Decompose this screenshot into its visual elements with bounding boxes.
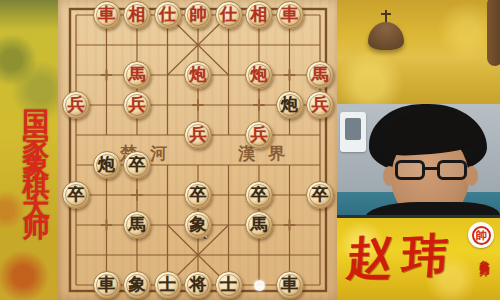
- left-banner: 国家象棋大师: [0, 0, 58, 300]
- piece-red-帥[interactable]: 帥: [184, 1, 212, 29]
- piece-black-卒[interactable]: 卒: [184, 181, 212, 209]
- piece-red-仕[interactable]: 仕: [215, 1, 243, 29]
- piece-red-兵[interactable]: 兵: [62, 91, 90, 119]
- piece-red-相[interactable]: 相: [123, 1, 151, 29]
- stream-frame: 国家象棋大师 楚河 漢界 ➤ 車相仕帥仕相車馬炮炮馬兵兵炮兵兵兵炮卒卒卒卒卒馬象…: [0, 0, 500, 300]
- piece-red-相[interactable]: 相: [245, 1, 273, 29]
- piece-red-車[interactable]: 車: [276, 1, 304, 29]
- left-banner-title: 国家象棋大师: [4, 4, 54, 298]
- xiangqi-board[interactable]: 楚河 漢界 ➤ 車相仕帥仕相車馬炮炮馬兵兵炮兵兵兵炮卒卒卒卒卒馬象馬車象士将士車: [58, 0, 337, 300]
- piece-black-卒[interactable]: 卒: [62, 181, 90, 209]
- piece-black-士[interactable]: 士: [215, 271, 243, 299]
- tree-trunk: [487, 0, 500, 66]
- piece-red-兵[interactable]: 兵: [184, 121, 212, 149]
- piece-black-馬[interactable]: 馬: [245, 211, 273, 239]
- piece-black-士[interactable]: 士: [154, 271, 182, 299]
- piece-red-兵[interactable]: 兵: [245, 121, 273, 149]
- piece-red-車[interactable]: 車: [93, 1, 121, 29]
- piece-black-炮[interactable]: 炮: [93, 151, 121, 179]
- piece-red-兵[interactable]: 兵: [306, 91, 334, 119]
- piece-black-炮[interactable]: 炮: [276, 91, 304, 119]
- webcam-video[interactable]: [337, 104, 500, 218]
- piece-red-炮[interactable]: 炮: [245, 61, 273, 89]
- piece-red-馬[interactable]: 馬: [123, 61, 151, 89]
- field-photo: [337, 0, 500, 104]
- wall-panel: [340, 112, 366, 152]
- piece-black-車[interactable]: 車: [93, 271, 121, 299]
- right-column: 赵玮 帥 象棋大师: [337, 0, 500, 300]
- seal-subtitle: 象棋大师: [477, 252, 491, 260]
- player-glasses: [395, 160, 467, 182]
- xiangqi-piece-seal-icon: 帥: [468, 222, 494, 248]
- piece-black-将[interactable]: 将: [184, 271, 212, 299]
- piece-red-兵[interactable]: 兵: [123, 91, 151, 119]
- pieces-layer: ➤ 車相仕帥仕相車馬炮炮馬兵兵炮兵兵兵炮卒卒卒卒卒馬象馬車象士将士車: [58, 0, 337, 300]
- piece-black-象[interactable]: 象: [184, 211, 212, 239]
- last-move-origin-dot: [254, 280, 265, 291]
- haystack-hut: [368, 22, 404, 50]
- piece-red-仕[interactable]: 仕: [154, 1, 182, 29]
- piece-black-車[interactable]: 車: [276, 271, 304, 299]
- player-name: 赵玮: [345, 224, 460, 290]
- piece-black-卒[interactable]: 卒: [123, 151, 151, 179]
- piece-black-馬[interactable]: 馬: [123, 211, 151, 239]
- piece-red-馬[interactable]: 馬: [306, 61, 334, 89]
- piece-black-卒[interactable]: 卒: [245, 181, 273, 209]
- piece-black-象[interactable]: 象: [123, 271, 151, 299]
- piece-red-炮[interactable]: 炮: [184, 61, 212, 89]
- player-name-banner: 赵玮 帥 象棋大师: [337, 218, 500, 300]
- piece-black-卒[interactable]: 卒: [306, 181, 334, 209]
